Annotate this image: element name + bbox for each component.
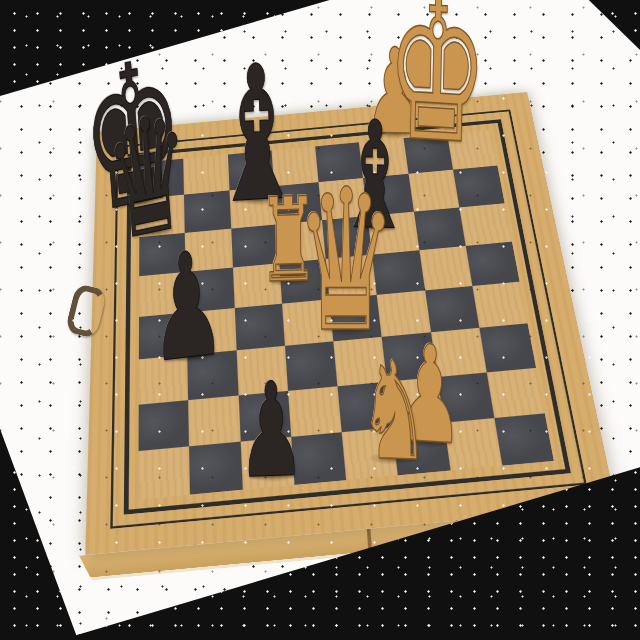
square-g6[interactable]	[413, 207, 465, 250]
square-h4[interactable]	[472, 282, 528, 328]
square-a2[interactable]	[139, 400, 190, 451]
square-h5[interactable]	[465, 241, 519, 286]
square-h6[interactable]	[459, 203, 512, 246]
piece-white-queen-e3[interactable]: ♛	[295, 163, 397, 359]
square-b1[interactable]	[189, 441, 242, 494]
square-c4[interactable]	[234, 304, 284, 351]
piece-black-pawn-b3[interactable]: ♟	[147, 230, 228, 384]
square-b2[interactable]	[188, 395, 240, 446]
square-h1[interactable]	[494, 413, 554, 466]
piece-white-knight-e1[interactable]: ♞	[359, 342, 431, 480]
box-right-side	[526, 98, 619, 535]
square-g5[interactable]	[419, 246, 472, 291]
piece-black-pawn-c1[interactable]: ♟	[237, 365, 306, 497]
photo-canvas: ♟♚♝♚♝♛♜♛♟♟♞♟	[0, 0, 640, 640]
square-h3[interactable]	[479, 324, 536, 372]
square-h2[interactable]	[486, 367, 544, 417]
square-a1[interactable]	[138, 446, 190, 499]
